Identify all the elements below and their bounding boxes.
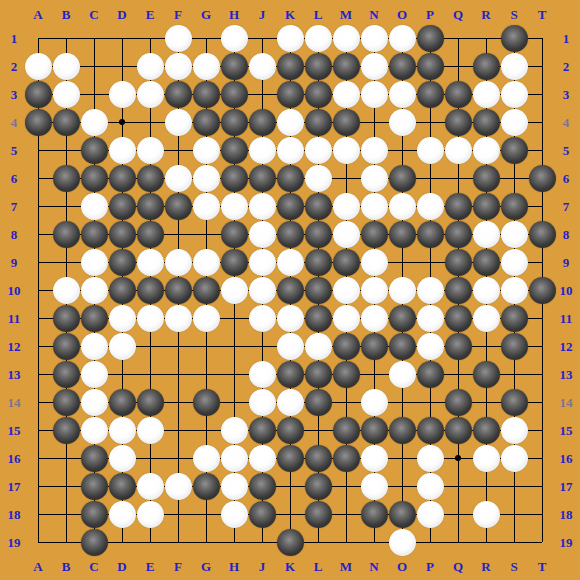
intersection[interactable]: [164, 360, 192, 388]
intersection[interactable]: [24, 220, 52, 248]
intersection[interactable]: [108, 416, 136, 444]
intersection[interactable]: [304, 388, 332, 416]
intersection[interactable]: [500, 52, 528, 80]
intersection[interactable]: [24, 332, 52, 360]
intersection[interactable]: [332, 136, 360, 164]
intersection[interactable]: [416, 500, 444, 528]
intersection[interactable]: [416, 192, 444, 220]
intersection[interactable]: [24, 416, 52, 444]
intersection[interactable]: [416, 24, 444, 52]
intersection[interactable]: [108, 164, 136, 192]
intersection[interactable]: [360, 444, 388, 472]
intersection[interactable]: [360, 472, 388, 500]
intersection[interactable]: [220, 80, 248, 108]
intersection[interactable]: [80, 388, 108, 416]
intersection[interactable]: [332, 164, 360, 192]
intersection[interactable]: [52, 192, 80, 220]
intersection[interactable]: [192, 192, 220, 220]
intersection[interactable]: [24, 164, 52, 192]
intersection[interactable]: [164, 500, 192, 528]
intersection[interactable]: [108, 444, 136, 472]
intersection[interactable]: [304, 332, 332, 360]
intersection[interactable]: [80, 332, 108, 360]
intersection[interactable]: [304, 304, 332, 332]
intersection[interactable]: [276, 220, 304, 248]
intersection[interactable]: [108, 528, 136, 556]
intersection[interactable]: [276, 136, 304, 164]
intersection[interactable]: [192, 136, 220, 164]
intersection[interactable]: [304, 248, 332, 276]
intersection[interactable]: [80, 192, 108, 220]
intersection[interactable]: [108, 108, 136, 136]
intersection[interactable]: [304, 164, 332, 192]
intersection[interactable]: [472, 24, 500, 52]
intersection[interactable]: [52, 332, 80, 360]
intersection[interactable]: [276, 332, 304, 360]
intersection[interactable]: [388, 192, 416, 220]
intersection[interactable]: [248, 444, 276, 472]
intersection[interactable]: [248, 360, 276, 388]
intersection[interactable]: [528, 220, 556, 248]
intersection[interactable]: [304, 444, 332, 472]
intersection[interactable]: [248, 248, 276, 276]
intersection[interactable]: [248, 220, 276, 248]
intersection[interactable]: [444, 276, 472, 304]
intersection[interactable]: [528, 248, 556, 276]
intersection[interactable]: [472, 276, 500, 304]
intersection[interactable]: [276, 108, 304, 136]
intersection[interactable]: [416, 108, 444, 136]
intersection[interactable]: [220, 108, 248, 136]
intersection[interactable]: [52, 276, 80, 304]
intersection[interactable]: [528, 304, 556, 332]
intersection[interactable]: [444, 500, 472, 528]
intersection[interactable]: [192, 24, 220, 52]
intersection[interactable]: [52, 528, 80, 556]
intersection[interactable]: [24, 52, 52, 80]
intersection[interactable]: [360, 388, 388, 416]
intersection[interactable]: [360, 276, 388, 304]
intersection[interactable]: [500, 192, 528, 220]
intersection[interactable]: [136, 164, 164, 192]
intersection[interactable]: [164, 528, 192, 556]
intersection[interactable]: [472, 52, 500, 80]
intersection[interactable]: [276, 472, 304, 500]
intersection[interactable]: [528, 276, 556, 304]
intersection[interactable]: [528, 24, 556, 52]
intersection[interactable]: [388, 164, 416, 192]
intersection[interactable]: [220, 500, 248, 528]
intersection[interactable]: [304, 24, 332, 52]
intersection[interactable]: [136, 24, 164, 52]
intersection[interactable]: [24, 472, 52, 500]
intersection[interactable]: [388, 304, 416, 332]
intersection[interactable]: [192, 220, 220, 248]
intersection[interactable]: [108, 136, 136, 164]
intersection[interactable]: [444, 136, 472, 164]
intersection[interactable]: [388, 136, 416, 164]
intersection[interactable]: [108, 472, 136, 500]
intersection[interactable]: [248, 108, 276, 136]
intersection[interactable]: [80, 444, 108, 472]
intersection[interactable]: [528, 164, 556, 192]
intersection[interactable]: [416, 52, 444, 80]
intersection[interactable]: [276, 52, 304, 80]
intersection[interactable]: [164, 80, 192, 108]
intersection[interactable]: [304, 220, 332, 248]
intersection[interactable]: [80, 472, 108, 500]
intersection[interactable]: [276, 164, 304, 192]
intersection[interactable]: [136, 416, 164, 444]
intersection[interactable]: [416, 528, 444, 556]
intersection[interactable]: [248, 136, 276, 164]
intersection[interactable]: [136, 248, 164, 276]
intersection[interactable]: [276, 24, 304, 52]
intersection[interactable]: [164, 444, 192, 472]
intersection[interactable]: [164, 388, 192, 416]
intersection[interactable]: [500, 164, 528, 192]
intersection[interactable]: [276, 192, 304, 220]
intersection[interactable]: [416, 164, 444, 192]
intersection[interactable]: [472, 388, 500, 416]
intersection[interactable]: [416, 332, 444, 360]
intersection[interactable]: [276, 500, 304, 528]
intersection[interactable]: [472, 80, 500, 108]
intersection[interactable]: [108, 52, 136, 80]
intersection[interactable]: [332, 304, 360, 332]
intersection[interactable]: [52, 304, 80, 332]
intersection[interactable]: [416, 416, 444, 444]
intersection[interactable]: [332, 248, 360, 276]
intersection[interactable]: [360, 192, 388, 220]
intersection[interactable]: [360, 248, 388, 276]
intersection[interactable]: [276, 304, 304, 332]
intersection[interactable]: [24, 360, 52, 388]
intersection[interactable]: [500, 108, 528, 136]
intersection[interactable]: [164, 24, 192, 52]
intersection[interactable]: [80, 220, 108, 248]
intersection[interactable]: [472, 220, 500, 248]
intersection[interactable]: [360, 332, 388, 360]
intersection[interactable]: [332, 276, 360, 304]
intersection[interactable]: [108, 192, 136, 220]
intersection[interactable]: [80, 360, 108, 388]
intersection[interactable]: [24, 444, 52, 472]
intersection[interactable]: [332, 472, 360, 500]
intersection[interactable]: [472, 164, 500, 192]
intersection[interactable]: [24, 248, 52, 276]
intersection[interactable]: [220, 304, 248, 332]
intersection[interactable]: [528, 80, 556, 108]
intersection[interactable]: [192, 52, 220, 80]
intersection[interactable]: [192, 388, 220, 416]
intersection[interactable]: [80, 500, 108, 528]
intersection[interactable]: [472, 136, 500, 164]
intersection[interactable]: [304, 472, 332, 500]
intersection[interactable]: [360, 80, 388, 108]
intersection[interactable]: [528, 332, 556, 360]
intersection[interactable]: [164, 108, 192, 136]
intersection[interactable]: [500, 220, 528, 248]
intersection[interactable]: [248, 24, 276, 52]
intersection[interactable]: [136, 108, 164, 136]
intersection[interactable]: [248, 500, 276, 528]
intersection[interactable]: [192, 304, 220, 332]
intersection[interactable]: [332, 388, 360, 416]
intersection[interactable]: [304, 136, 332, 164]
intersection[interactable]: [164, 332, 192, 360]
intersection[interactable]: [192, 472, 220, 500]
intersection[interactable]: [416, 304, 444, 332]
intersection[interactable]: [192, 500, 220, 528]
intersection[interactable]: [388, 500, 416, 528]
intersection[interactable]: [136, 136, 164, 164]
intersection[interactable]: [500, 304, 528, 332]
intersection[interactable]: [248, 304, 276, 332]
intersection[interactable]: [248, 416, 276, 444]
intersection[interactable]: [360, 500, 388, 528]
intersection[interactable]: [192, 248, 220, 276]
intersection[interactable]: [416, 444, 444, 472]
intersection[interactable]: [52, 24, 80, 52]
intersection[interactable]: [388, 416, 416, 444]
intersection[interactable]: [444, 528, 472, 556]
intersection[interactable]: [24, 192, 52, 220]
intersection[interactable]: [164, 472, 192, 500]
intersection[interactable]: [304, 276, 332, 304]
intersection[interactable]: [472, 500, 500, 528]
intersection[interactable]: [472, 416, 500, 444]
intersection[interactable]: [444, 360, 472, 388]
intersection[interactable]: [388, 388, 416, 416]
intersection[interactable]: [80, 304, 108, 332]
intersection[interactable]: [444, 108, 472, 136]
intersection[interactable]: [24, 304, 52, 332]
intersection[interactable]: [24, 24, 52, 52]
intersection[interactable]: [136, 360, 164, 388]
intersection[interactable]: [24, 388, 52, 416]
intersection[interactable]: [472, 332, 500, 360]
intersection[interactable]: [528, 192, 556, 220]
intersection[interactable]: [332, 332, 360, 360]
intersection[interactable]: [332, 80, 360, 108]
intersection[interactable]: [276, 360, 304, 388]
intersection[interactable]: [136, 444, 164, 472]
intersection[interactable]: [360, 416, 388, 444]
intersection[interactable]: [444, 192, 472, 220]
intersection[interactable]: [472, 472, 500, 500]
intersection[interactable]: [164, 164, 192, 192]
intersection[interactable]: [220, 276, 248, 304]
intersection[interactable]: [332, 52, 360, 80]
intersection[interactable]: [136, 192, 164, 220]
intersection[interactable]: [528, 108, 556, 136]
intersection[interactable]: [528, 444, 556, 472]
intersection[interactable]: [136, 80, 164, 108]
intersection[interactable]: [444, 304, 472, 332]
intersection[interactable]: [108, 80, 136, 108]
intersection[interactable]: [136, 52, 164, 80]
intersection[interactable]: [136, 528, 164, 556]
intersection[interactable]: [192, 80, 220, 108]
intersection[interactable]: [500, 416, 528, 444]
intersection[interactable]: [388, 24, 416, 52]
intersection[interactable]: [80, 528, 108, 556]
intersection[interactable]: [192, 528, 220, 556]
intersection[interactable]: [220, 248, 248, 276]
intersection[interactable]: [472, 304, 500, 332]
intersection[interactable]: [500, 136, 528, 164]
intersection[interactable]: [304, 500, 332, 528]
intersection[interactable]: [360, 136, 388, 164]
intersection[interactable]: [388, 80, 416, 108]
intersection[interactable]: [136, 472, 164, 500]
intersection[interactable]: [304, 416, 332, 444]
intersection[interactable]: [220, 24, 248, 52]
intersection[interactable]: [388, 332, 416, 360]
intersection[interactable]: [444, 388, 472, 416]
intersection[interactable]: [248, 80, 276, 108]
intersection[interactable]: [388, 52, 416, 80]
intersection[interactable]: [136, 304, 164, 332]
intersection[interactable]: [192, 164, 220, 192]
intersection[interactable]: [332, 528, 360, 556]
intersection[interactable]: [80, 24, 108, 52]
intersection[interactable]: [276, 416, 304, 444]
intersection[interactable]: [528, 52, 556, 80]
intersection[interactable]: [220, 360, 248, 388]
intersection[interactable]: [388, 276, 416, 304]
intersection[interactable]: [500, 248, 528, 276]
intersection[interactable]: [500, 444, 528, 472]
intersection[interactable]: [388, 360, 416, 388]
intersection[interactable]: [304, 360, 332, 388]
intersection[interactable]: [248, 472, 276, 500]
intersection[interactable]: [416, 388, 444, 416]
intersection[interactable]: [108, 220, 136, 248]
intersection[interactable]: [52, 360, 80, 388]
intersection[interactable]: [304, 52, 332, 80]
intersection[interactable]: [108, 248, 136, 276]
intersection[interactable]: [276, 444, 304, 472]
intersection[interactable]: [332, 192, 360, 220]
intersection[interactable]: [248, 528, 276, 556]
intersection[interactable]: [304, 528, 332, 556]
intersection[interactable]: [52, 136, 80, 164]
intersection[interactable]: [304, 80, 332, 108]
intersection[interactable]: [164, 416, 192, 444]
intersection[interactable]: [108, 276, 136, 304]
intersection[interactable]: [416, 472, 444, 500]
intersection[interactable]: [192, 416, 220, 444]
intersection[interactable]: [332, 360, 360, 388]
intersection[interactable]: [500, 500, 528, 528]
intersection[interactable]: [220, 136, 248, 164]
intersection[interactable]: [472, 192, 500, 220]
intersection[interactable]: [528, 472, 556, 500]
intersection[interactable]: [52, 416, 80, 444]
intersection[interactable]: [444, 220, 472, 248]
intersection[interactable]: [108, 360, 136, 388]
intersection[interactable]: [136, 500, 164, 528]
intersection[interactable]: [164, 304, 192, 332]
intersection[interactable]: [80, 108, 108, 136]
intersection[interactable]: [388, 444, 416, 472]
intersection[interactable]: [192, 360, 220, 388]
intersection[interactable]: [472, 444, 500, 472]
intersection[interactable]: [528, 500, 556, 528]
intersection[interactable]: [332, 416, 360, 444]
intersection[interactable]: [220, 388, 248, 416]
intersection[interactable]: [304, 108, 332, 136]
intersection[interactable]: [528, 136, 556, 164]
intersection[interactable]: [80, 136, 108, 164]
intersection[interactable]: [108, 500, 136, 528]
intersection[interactable]: [220, 416, 248, 444]
intersection[interactable]: [528, 528, 556, 556]
intersection[interactable]: [500, 528, 528, 556]
intersection[interactable]: [80, 248, 108, 276]
intersection[interactable]: [388, 472, 416, 500]
intersection[interactable]: [360, 108, 388, 136]
intersection[interactable]: [388, 108, 416, 136]
intersection[interactable]: [80, 164, 108, 192]
intersection[interactable]: [220, 220, 248, 248]
intersection[interactable]: [416, 220, 444, 248]
intersection[interactable]: [276, 276, 304, 304]
intersection[interactable]: [108, 304, 136, 332]
intersection[interactable]: [332, 444, 360, 472]
intersection[interactable]: [416, 136, 444, 164]
intersection[interactable]: [500, 360, 528, 388]
intersection[interactable]: [360, 24, 388, 52]
intersection[interactable]: [248, 388, 276, 416]
intersection[interactable]: [24, 136, 52, 164]
intersection[interactable]: [416, 276, 444, 304]
intersection[interactable]: [360, 304, 388, 332]
intersection[interactable]: [52, 108, 80, 136]
intersection[interactable]: [416, 248, 444, 276]
intersection[interactable]: [388, 220, 416, 248]
intersection[interactable]: [528, 360, 556, 388]
intersection[interactable]: [24, 80, 52, 108]
intersection[interactable]: [248, 164, 276, 192]
intersection[interactable]: [164, 248, 192, 276]
intersection[interactable]: [80, 416, 108, 444]
intersection[interactable]: [248, 52, 276, 80]
intersection[interactable]: [24, 276, 52, 304]
intersection[interactable]: [164, 136, 192, 164]
intersection[interactable]: [360, 528, 388, 556]
intersection[interactable]: [360, 360, 388, 388]
intersection[interactable]: [220, 164, 248, 192]
intersection[interactable]: [164, 192, 192, 220]
intersection[interactable]: [52, 80, 80, 108]
intersection[interactable]: [500, 24, 528, 52]
intersection[interactable]: [24, 528, 52, 556]
intersection[interactable]: [80, 276, 108, 304]
intersection[interactable]: [444, 248, 472, 276]
intersection[interactable]: [332, 108, 360, 136]
intersection[interactable]: [528, 416, 556, 444]
intersection[interactable]: [248, 332, 276, 360]
intersection[interactable]: [472, 248, 500, 276]
intersection[interactable]: [52, 52, 80, 80]
intersection[interactable]: [360, 52, 388, 80]
intersection[interactable]: [388, 248, 416, 276]
intersection[interactable]: [444, 444, 472, 472]
intersection[interactable]: [416, 360, 444, 388]
